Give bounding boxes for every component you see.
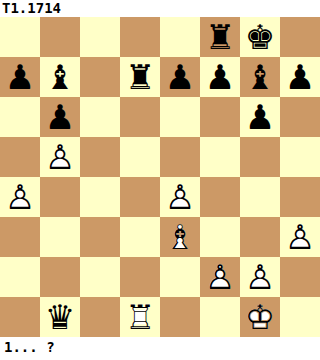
piece-glyph: ♟ xyxy=(160,57,200,97)
piece-white-king: ♚♔ xyxy=(240,297,280,337)
piece-outline-layer: ♙ xyxy=(40,137,80,177)
piece-black-pawn: ♟ xyxy=(200,57,240,97)
piece-outline-layer: ♙ xyxy=(280,217,320,257)
square-h2[interactable] xyxy=(280,257,320,297)
square-a6[interactable] xyxy=(0,97,40,137)
square-c4[interactable] xyxy=(80,177,120,217)
square-e6[interactable] xyxy=(160,97,200,137)
square-g4[interactable] xyxy=(240,177,280,217)
piece-black-bishop: ♝ xyxy=(40,57,80,97)
piece-black-pawn: ♟ xyxy=(0,57,40,97)
square-d6[interactable] xyxy=(120,97,160,137)
piece-glyph: ♝ xyxy=(40,57,80,97)
square-a7[interactable]: ♟ xyxy=(0,57,40,97)
square-h8[interactable] xyxy=(280,17,320,57)
square-f2[interactable]: ♟♙ xyxy=(200,257,240,297)
square-h5[interactable] xyxy=(280,137,320,177)
square-d7[interactable]: ♜ xyxy=(120,57,160,97)
piece-white-pawn: ♟♙ xyxy=(280,217,320,257)
square-e1[interactable] xyxy=(160,297,200,337)
square-e4[interactable]: ♟♙ xyxy=(160,177,200,217)
square-a4[interactable]: ♟♙ xyxy=(0,177,40,217)
piece-glyph: ♛ xyxy=(40,297,80,337)
piece-black-pawn: ♟ xyxy=(240,97,280,137)
piece-black-pawn: ♟ xyxy=(40,97,80,137)
piece-white-rook: ♜♖ xyxy=(120,297,160,337)
piece-outline-layer: ♗ xyxy=(160,217,200,257)
piece-glyph: ♟ xyxy=(0,57,40,97)
square-d5[interactable] xyxy=(120,137,160,177)
piece-black-bishop: ♝ xyxy=(240,57,280,97)
square-c3[interactable] xyxy=(80,217,120,257)
piece-glyph: ♝ xyxy=(240,57,280,97)
piece-outline-layer: ♙ xyxy=(0,177,40,217)
square-d4[interactable] xyxy=(120,177,160,217)
piece-glyph: ♜ xyxy=(200,17,240,57)
piece-white-pawn: ♟♙ xyxy=(160,177,200,217)
square-d8[interactable] xyxy=(120,17,160,57)
square-a8[interactable] xyxy=(0,17,40,57)
piece-white-pawn: ♟♙ xyxy=(200,257,240,297)
piece-white-pawn: ♟♙ xyxy=(40,137,80,177)
piece-outline-layer: ♙ xyxy=(200,257,240,297)
square-c5[interactable] xyxy=(80,137,120,177)
square-c2[interactable] xyxy=(80,257,120,297)
square-b3[interactable] xyxy=(40,217,80,257)
piece-glyph: ♜ xyxy=(120,57,160,97)
piece-glyph: ♟ xyxy=(40,97,80,137)
piece-black-queen: ♛ xyxy=(40,297,80,337)
square-g3[interactable] xyxy=(240,217,280,257)
square-d3[interactable] xyxy=(120,217,160,257)
piece-outline-layer: ♙ xyxy=(160,177,200,217)
piece-black-pawn: ♟ xyxy=(280,57,320,97)
square-f8[interactable]: ♜ xyxy=(200,17,240,57)
square-h1[interactable] xyxy=(280,297,320,337)
square-d1[interactable]: ♜♖ xyxy=(120,297,160,337)
piece-outline-layer: ♙ xyxy=(240,257,280,297)
piece-black-rook: ♜ xyxy=(200,17,240,57)
square-c7[interactable] xyxy=(80,57,120,97)
square-e3[interactable]: ♝♗ xyxy=(160,217,200,257)
square-b2[interactable] xyxy=(40,257,80,297)
square-a5[interactable] xyxy=(0,137,40,177)
square-a3[interactable] xyxy=(0,217,40,257)
move-prompt: 1... ? xyxy=(0,337,320,357)
piece-white-pawn: ♟♙ xyxy=(240,257,280,297)
puzzle-title: T1.1714 xyxy=(0,0,320,17)
piece-black-pawn: ♟ xyxy=(160,57,200,97)
chess-board: ♜♚♟♝♜♟♟♝♟♟♟♟♙♟♙♟♙♝♗♟♙♟♙♟♙♛♜♖♚♔ xyxy=(0,17,320,337)
square-a1[interactable] xyxy=(0,297,40,337)
square-d2[interactable] xyxy=(120,257,160,297)
square-c1[interactable] xyxy=(80,297,120,337)
square-a2[interactable] xyxy=(0,257,40,297)
piece-white-bishop: ♝♗ xyxy=(160,217,200,257)
square-f5[interactable] xyxy=(200,137,240,177)
chess-puzzle-app: { "game": "chess", "title": "T1.1714", "… xyxy=(0,0,320,360)
piece-white-pawn: ♟♙ xyxy=(0,177,40,217)
square-f4[interactable] xyxy=(200,177,240,217)
square-f1[interactable] xyxy=(200,297,240,337)
square-b5[interactable]: ♟♙ xyxy=(40,137,80,177)
square-b6[interactable]: ♟ xyxy=(40,97,80,137)
square-b7[interactable]: ♝ xyxy=(40,57,80,97)
piece-glyph: ♚ xyxy=(240,17,280,57)
square-b1[interactable]: ♛ xyxy=(40,297,80,337)
piece-outline-layer: ♔ xyxy=(240,297,280,337)
square-g1[interactable]: ♚♔ xyxy=(240,297,280,337)
square-b8[interactable] xyxy=(40,17,80,57)
square-e7[interactable]: ♟ xyxy=(160,57,200,97)
piece-black-rook: ♜ xyxy=(120,57,160,97)
square-g6[interactable]: ♟ xyxy=(240,97,280,137)
square-h3[interactable]: ♟♙ xyxy=(280,217,320,257)
square-g8[interactable]: ♚ xyxy=(240,17,280,57)
square-h6[interactable] xyxy=(280,97,320,137)
square-e8[interactable] xyxy=(160,17,200,57)
square-c8[interactable] xyxy=(80,17,120,57)
square-f6[interactable] xyxy=(200,97,240,137)
square-e2[interactable] xyxy=(160,257,200,297)
piece-outline-layer: ♖ xyxy=(120,297,160,337)
square-c6[interactable] xyxy=(80,97,120,137)
square-f3[interactable] xyxy=(200,217,240,257)
square-g2[interactable]: ♟♙ xyxy=(240,257,280,297)
square-g5[interactable] xyxy=(240,137,280,177)
square-f7[interactable]: ♟ xyxy=(200,57,240,97)
square-h4[interactable] xyxy=(280,177,320,217)
square-g7[interactable]: ♝ xyxy=(240,57,280,97)
piece-black-king: ♚ xyxy=(240,17,280,57)
piece-glyph: ♟ xyxy=(200,57,240,97)
square-e5[interactable] xyxy=(160,137,200,177)
piece-glyph: ♟ xyxy=(240,97,280,137)
piece-glyph: ♟ xyxy=(280,57,320,97)
square-h7[interactable]: ♟ xyxy=(280,57,320,97)
square-b4[interactable] xyxy=(40,177,80,217)
